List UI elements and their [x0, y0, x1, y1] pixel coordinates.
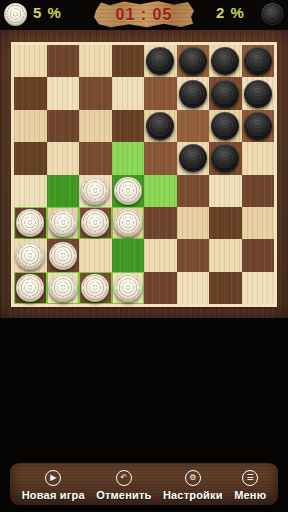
square-r2c1[interactable] — [47, 110, 80, 142]
square-r6c1[interactable] — [47, 239, 80, 271]
square-r0c3[interactable] — [112, 45, 145, 77]
timer-plank: 01 : 05 — [94, 1, 194, 28]
square-r6c3[interactable] — [112, 239, 145, 271]
square-r4c0[interactable] — [14, 175, 47, 207]
square-r1c7[interactable] — [242, 77, 275, 109]
white-piece[interactable] — [16, 242, 44, 270]
play-icon: ▶ — [45, 470, 61, 486]
square-r3c3[interactable] — [112, 142, 145, 174]
square-r0c6[interactable] — [209, 45, 242, 77]
square-r2c5[interactable] — [177, 110, 210, 142]
square-r4c2[interactable] — [79, 175, 112, 207]
square-r1c4[interactable] — [144, 77, 177, 109]
square-r1c2[interactable] — [79, 77, 112, 109]
square-r4c1[interactable] — [47, 175, 80, 207]
square-r7c1[interactable] — [47, 272, 80, 304]
white-piece[interactable] — [49, 274, 77, 302]
settings-label: Настройки — [163, 489, 223, 501]
white-piece[interactable] — [16, 274, 44, 302]
square-r4c4[interactable] — [144, 175, 177, 207]
timer-text: 01 : 05 — [116, 6, 173, 24]
board-panel — [11, 42, 277, 307]
black-percent: 2 % — [216, 4, 245, 21]
square-r7c4[interactable] — [144, 272, 177, 304]
square-r1c5[interactable] — [177, 77, 210, 109]
square-r2c6[interactable] — [209, 110, 242, 142]
square-r0c0[interactable] — [14, 45, 47, 77]
undo-label: Отменить — [96, 489, 151, 501]
black-piece[interactable] — [179, 80, 207, 108]
square-r0c5[interactable] — [177, 45, 210, 77]
square-r0c2[interactable] — [79, 45, 112, 77]
square-r5c0[interactable] — [14, 207, 47, 239]
square-r0c1[interactable] — [47, 45, 80, 77]
black-piece[interactable] — [146, 112, 174, 140]
black-piece[interactable] — [211, 47, 239, 75]
square-r3c4[interactable] — [144, 142, 177, 174]
white-piece[interactable] — [114, 209, 142, 237]
black-piece[interactable] — [179, 47, 207, 75]
square-r7c0[interactable] — [14, 272, 47, 304]
board-grid — [14, 45, 274, 304]
square-r4c5[interactable] — [177, 175, 210, 207]
square-r5c7[interactable] — [242, 207, 275, 239]
square-r4c6[interactable] — [209, 175, 242, 207]
square-r6c6[interactable] — [209, 239, 242, 271]
square-r7c5[interactable] — [177, 272, 210, 304]
square-r7c7[interactable] — [242, 272, 275, 304]
square-r1c3[interactable] — [112, 77, 145, 109]
square-r3c1[interactable] — [47, 142, 80, 174]
square-r6c7[interactable] — [242, 239, 275, 271]
square-r4c7[interactable] — [242, 175, 275, 207]
square-r5c4[interactable] — [144, 207, 177, 239]
square-r2c4[interactable] — [144, 110, 177, 142]
square-r2c0[interactable] — [14, 110, 47, 142]
menu-label: Меню — [234, 489, 266, 501]
settings-icon: ⚙ — [185, 470, 201, 486]
square-r5c5[interactable] — [177, 207, 210, 239]
square-r1c0[interactable] — [14, 77, 47, 109]
white-piece[interactable] — [49, 242, 77, 270]
square-r4c3[interactable] — [112, 175, 145, 207]
new-game-label: Новая игра — [22, 489, 85, 501]
white-piece[interactable] — [114, 274, 142, 302]
square-r6c5[interactable] — [177, 239, 210, 271]
top-hud-bar: 5 % 01 : 05 2 % — [0, 0, 288, 30]
square-r6c2[interactable] — [79, 239, 112, 271]
square-r3c7[interactable] — [242, 142, 275, 174]
white-piece[interactable] — [49, 209, 77, 237]
black-piece[interactable] — [211, 112, 239, 140]
square-r3c0[interactable] — [14, 142, 47, 174]
square-r3c6[interactable] — [209, 142, 242, 174]
black-piece[interactable] — [244, 80, 272, 108]
square-r5c3[interactable] — [112, 207, 145, 239]
square-r5c6[interactable] — [209, 207, 242, 239]
game-screen: 5 % 01 : 05 2 % ▶ Новая игра ↶ Отменить … — [0, 0, 288, 512]
square-r5c1[interactable] — [47, 207, 80, 239]
square-r1c1[interactable] — [47, 77, 80, 109]
board-frame — [0, 30, 288, 318]
white-piece[interactable] — [81, 274, 109, 302]
black-piece[interactable] — [146, 47, 174, 75]
white-piece[interactable] — [16, 209, 44, 237]
square-r6c4[interactable] — [144, 239, 177, 271]
white-piece[interactable] — [114, 177, 142, 205]
square-r7c2[interactable] — [79, 272, 112, 304]
white-percent: 5 % — [33, 4, 62, 21]
new-game-button[interactable]: ▶ Новая игра — [22, 470, 85, 501]
square-r3c2[interactable] — [79, 142, 112, 174]
undo-icon: ↶ — [116, 470, 132, 486]
settings-button[interactable]: ⚙ Настройки — [163, 470, 223, 501]
black-piece[interactable] — [179, 144, 207, 172]
menu-button[interactable]: ☰ Меню — [234, 470, 266, 501]
black-piece[interactable] — [211, 144, 239, 172]
white-piece[interactable] — [81, 177, 109, 205]
square-r7c6[interactable] — [209, 272, 242, 304]
black-checker-icon — [261, 3, 284, 26]
white-piece[interactable] — [81, 209, 109, 237]
square-r2c3[interactable] — [112, 110, 145, 142]
bottom-nav-bar: ▶ Новая игра ↶ Отменить ⚙ Настройки ☰ Ме… — [10, 463, 278, 505]
square-r5c2[interactable] — [79, 207, 112, 239]
menu-icon: ☰ — [242, 470, 258, 486]
square-r2c2[interactable] — [79, 110, 112, 142]
square-r2c7[interactable] — [242, 110, 275, 142]
white-checker-icon — [4, 3, 27, 26]
square-r0c4[interactable] — [144, 45, 177, 77]
undo-button[interactable]: ↶ Отменить — [96, 470, 151, 501]
square-r6c0[interactable] — [14, 239, 47, 271]
black-piece[interactable] — [244, 47, 272, 75]
square-r7c3[interactable] — [112, 272, 145, 304]
square-r3c5[interactable] — [177, 142, 210, 174]
black-piece[interactable] — [211, 80, 239, 108]
black-piece[interactable] — [244, 112, 272, 140]
square-r1c6[interactable] — [209, 77, 242, 109]
square-r0c7[interactable] — [242, 45, 275, 77]
